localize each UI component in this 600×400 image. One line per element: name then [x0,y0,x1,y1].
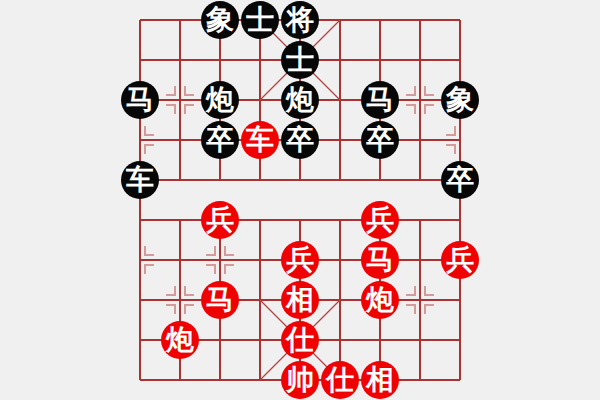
xiangqi-board: 象士将士马炮炮马象卒卒卒车卒车兵兵兵马兵马相炮炮仕帅仕相 [0,0,600,400]
piece-glyph: 卒 [366,121,394,159]
pieces-layer: 象士将士马炮炮马象卒卒卒车卒车兵兵兵马兵马相炮炮仕帅仕相 [0,0,600,400]
piece-black-chariot[interactable]: 车 [121,161,159,199]
piece-black-horse[interactable]: 马 [361,81,399,119]
piece-black-cannon[interactable]: 炮 [281,81,319,119]
piece-red-pawn[interactable]: 兵 [361,201,399,239]
piece-glyph: 兵 [286,241,314,279]
piece-glyph: 将 [286,1,314,39]
piece-black-elephant[interactable]: 象 [441,81,479,119]
piece-black-horse[interactable]: 马 [121,81,159,119]
piece-glyph: 士 [286,41,314,79]
piece-glyph: 兵 [366,201,394,239]
piece-glyph: 马 [126,81,154,119]
piece-glyph: 炮 [166,321,194,359]
piece-black-advisor[interactable]: 士 [241,1,279,39]
piece-glyph: 炮 [286,81,314,119]
piece-glyph: 兵 [206,201,234,239]
piece-red-horse[interactable]: 马 [201,281,239,319]
piece-red-general[interactable]: 帅 [281,361,319,399]
piece-glyph: 车 [126,161,154,199]
piece-glyph: 马 [366,81,394,119]
piece-red-pawn[interactable]: 兵 [281,241,319,279]
piece-red-cannon[interactable]: 炮 [361,281,399,319]
piece-glyph: 象 [446,81,474,119]
piece-red-pawn[interactable]: 兵 [441,241,479,279]
piece-glyph: 马 [366,241,394,279]
piece-black-pawn[interactable]: 卒 [441,161,479,199]
piece-glyph: 卒 [286,121,314,159]
piece-black-pawn[interactable]: 卒 [281,121,319,159]
piece-black-cannon[interactable]: 炮 [201,81,239,119]
piece-red-elephant[interactable]: 相 [361,361,399,399]
piece-glyph: 卒 [446,161,474,199]
piece-glyph: 帅 [286,361,314,399]
piece-red-advisor[interactable]: 仕 [321,361,359,399]
piece-glyph: 相 [366,361,394,399]
piece-red-chariot[interactable]: 车 [241,121,279,159]
piece-glyph: 象 [206,1,234,39]
piece-black-advisor[interactable]: 士 [281,41,319,79]
piece-glyph: 炮 [366,281,394,319]
xiangqi-app: 象士将士马炮炮马象卒卒卒车卒车兵兵兵马兵马相炮炮仕帅仕相 [0,0,600,400]
piece-glyph: 马 [206,281,234,319]
piece-black-pawn[interactable]: 卒 [361,121,399,159]
piece-glyph: 车 [246,121,274,159]
piece-red-cannon[interactable]: 炮 [161,321,199,359]
piece-black-pawn[interactable]: 卒 [201,121,239,159]
piece-red-horse[interactable]: 马 [361,241,399,279]
piece-red-elephant[interactable]: 相 [281,281,319,319]
piece-black-elephant[interactable]: 象 [201,1,239,39]
piece-glyph: 兵 [446,241,474,279]
piece-glyph: 相 [286,281,314,319]
piece-glyph: 仕 [286,321,314,359]
piece-red-pawn[interactable]: 兵 [201,201,239,239]
piece-red-advisor[interactable]: 仕 [281,321,319,359]
piece-black-general[interactable]: 将 [281,1,319,39]
piece-glyph: 炮 [206,81,234,119]
piece-glyph: 仕 [326,361,354,399]
piece-glyph: 卒 [206,121,234,159]
piece-glyph: 士 [246,1,274,39]
